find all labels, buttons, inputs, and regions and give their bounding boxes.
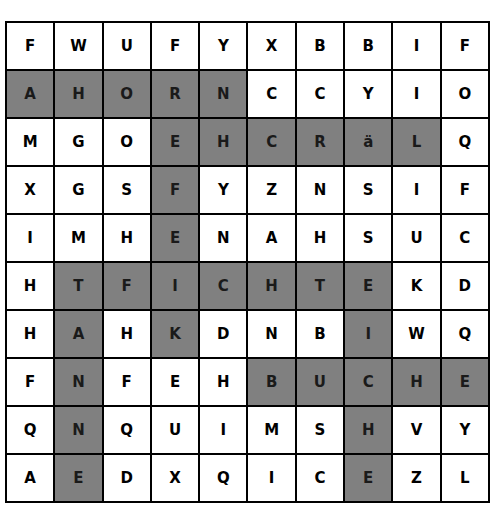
- cell-letter: I: [414, 39, 420, 54]
- cell-letter: E: [460, 375, 470, 390]
- cell-letter: R: [314, 135, 326, 150]
- grid-cell-r9c2[interactable]: N: [55, 407, 101, 453]
- grid-cell-r1c2[interactable]: W: [55, 23, 101, 69]
- cell-letter: O: [120, 87, 133, 102]
- cell-letter: A: [24, 471, 36, 486]
- grid-cell-r2c2[interactable]: H: [55, 71, 101, 117]
- cell-letter: H: [24, 279, 37, 294]
- grid-cell-r9c1[interactable]: Q: [7, 407, 53, 453]
- cell-letter: O: [120, 135, 133, 150]
- cell-letter: E: [73, 471, 83, 486]
- cell-letter: C: [363, 375, 374, 390]
- cell-letter: C: [266, 135, 277, 150]
- grid-cell-r3c2[interactable]: G: [55, 119, 101, 165]
- cell-letter: H: [265, 279, 278, 294]
- grid-cell-r6c2[interactable]: T: [55, 263, 101, 309]
- grid-cell-r7c8[interactable]: I: [345, 311, 391, 357]
- grid-cell-r1c1[interactable]: F: [7, 23, 53, 69]
- grid-cell-r5c7[interactable]: H: [297, 215, 343, 261]
- cell-letter: U: [121, 39, 133, 54]
- cell-letter: H: [24, 327, 37, 342]
- cell-letter: F: [460, 39, 470, 54]
- grid-cell-r6c6[interactable]: H: [248, 263, 294, 309]
- grid-cell-r7c4[interactable]: K: [152, 311, 198, 357]
- cell-letter: G: [72, 135, 84, 150]
- grid-cell-r1c9[interactable]: I: [393, 23, 439, 69]
- cell-letter: Q: [24, 423, 37, 438]
- grid-cell-r9c10[interactable]: Y: [442, 407, 488, 453]
- cell-letter: F: [170, 39, 180, 54]
- cell-letter: E: [363, 471, 373, 486]
- grid-cell-r10c8[interactable]: E: [345, 455, 391, 501]
- grid-cell-r8c1[interactable]: F: [7, 359, 53, 405]
- grid-cell-r2c7[interactable]: C: [297, 71, 343, 117]
- grid-cell-r3c3[interactable]: O: [104, 119, 150, 165]
- grid-cell-r1c5[interactable]: Y: [200, 23, 246, 69]
- grid-cell-r7c2[interactable]: A: [55, 311, 101, 357]
- cell-letter: I: [27, 231, 33, 246]
- grid-cell-r6c3[interactable]: F: [104, 263, 150, 309]
- grid-cell-r9c9[interactable]: V: [393, 407, 439, 453]
- grid-cell-r10c4[interactable]: X: [152, 455, 198, 501]
- grid-cell-r4c6[interactable]: Z: [248, 167, 294, 213]
- grid-cell-r7c6[interactable]: N: [248, 311, 294, 357]
- cell-letter: C: [314, 87, 325, 102]
- grid-cell-r6c10[interactable]: D: [442, 263, 488, 309]
- cell-letter: R: [169, 87, 181, 102]
- grid-cell-r2c9[interactable]: I: [393, 71, 439, 117]
- cell-letter: N: [72, 375, 85, 390]
- grid-cell-r3c7[interactable]: R: [297, 119, 343, 165]
- cell-letter: A: [73, 327, 85, 342]
- cell-letter: I: [172, 279, 178, 294]
- cell-letter: Q: [458, 327, 471, 342]
- cell-letter: H: [120, 327, 133, 342]
- cell-letter: D: [217, 327, 229, 342]
- grid-cell-r9c8[interactable]: H: [345, 407, 391, 453]
- grid-cell-r10c10[interactable]: L: [442, 455, 488, 501]
- cell-letter: N: [72, 423, 85, 438]
- word-search-grid: FWUFYXBBIFAHORNCCYIOMGOEHCRäLQXGSFYZNSIF…: [5, 21, 490, 503]
- grid-cell-r6c1[interactable]: H: [7, 263, 53, 309]
- cell-letter: Z: [266, 183, 277, 198]
- cell-letter: S: [315, 423, 326, 438]
- cell-letter: I: [269, 471, 275, 486]
- cell-letter: D: [459, 279, 471, 294]
- grid-cell-r5c1[interactable]: I: [7, 215, 53, 261]
- grid-cell-r10c5[interactable]: Q: [200, 455, 246, 501]
- grid-cell-r2c10[interactable]: O: [442, 71, 488, 117]
- grid-cell-r10c7[interactable]: C: [297, 455, 343, 501]
- cell-letter: X: [24, 183, 36, 198]
- grid-cell-r9c3[interactable]: Q: [104, 407, 150, 453]
- cell-letter: V: [411, 423, 423, 438]
- grid-cell-r8c7[interactable]: U: [297, 359, 343, 405]
- cell-letter: A: [24, 87, 36, 102]
- cell-letter: T: [315, 279, 325, 294]
- grid-cell-r1c10[interactable]: F: [442, 23, 488, 69]
- grid-cell-r5c4[interactable]: E: [152, 215, 198, 261]
- grid-cell-r7c5[interactable]: D: [200, 311, 246, 357]
- cell-letter: H: [217, 375, 230, 390]
- cell-letter: X: [266, 39, 278, 54]
- cell-letter: U: [169, 423, 181, 438]
- cell-letter: E: [170, 375, 180, 390]
- cell-letter: N: [265, 327, 278, 342]
- grid-cell-r1c6[interactable]: X: [248, 23, 294, 69]
- grid-cell-r1c4[interactable]: F: [152, 23, 198, 69]
- cell-letter: B: [266, 375, 277, 390]
- cell-letter: I: [365, 327, 371, 342]
- grid-cell-r8c5[interactable]: H: [200, 359, 246, 405]
- grid-cell-r4c10[interactable]: F: [442, 167, 488, 213]
- cell-letter: B: [363, 39, 374, 54]
- grid-cell-r6c5[interactable]: C: [200, 263, 246, 309]
- cell-letter: H: [362, 423, 375, 438]
- cell-letter: ä: [363, 135, 373, 150]
- cell-letter: N: [217, 231, 230, 246]
- grid-cell-r4c8[interactable]: S: [345, 167, 391, 213]
- grid-cell-r2c4[interactable]: R: [152, 71, 198, 117]
- grid-cell-r4c1[interactable]: X: [7, 167, 53, 213]
- grid-cell-r7c9[interactable]: W: [393, 311, 439, 357]
- grid-cell-r7c10[interactable]: Q: [442, 311, 488, 357]
- grid-cell-r4c5[interactable]: Y: [200, 167, 246, 213]
- cell-letter: Q: [120, 423, 133, 438]
- grid-cell-r8c4[interactable]: E: [152, 359, 198, 405]
- cell-letter: Q: [217, 471, 230, 486]
- cell-letter: I: [414, 183, 420, 198]
- cell-letter: B: [314, 327, 325, 342]
- cell-letter: S: [363, 231, 374, 246]
- grid-cell-r8c8[interactable]: C: [345, 359, 391, 405]
- grid-cell-r1c8[interactable]: B: [345, 23, 391, 69]
- cell-letter: Y: [218, 183, 229, 198]
- grid-cell-r2c1[interactable]: A: [7, 71, 53, 117]
- grid-cell-r4c2[interactable]: G: [55, 167, 101, 213]
- cell-letter: C: [218, 279, 229, 294]
- grid-cell-r5c6[interactable]: A: [248, 215, 294, 261]
- cell-letter: O: [458, 87, 471, 102]
- cell-letter: M: [264, 423, 279, 438]
- cell-letter: K: [169, 327, 181, 342]
- cell-letter: H: [217, 135, 230, 150]
- cell-letter: W: [408, 327, 425, 342]
- cell-letter: Y: [363, 87, 374, 102]
- cell-letter: W: [70, 39, 87, 54]
- grid-cell-r2c3[interactable]: O: [104, 71, 150, 117]
- cell-letter: A: [266, 231, 278, 246]
- grid-cell-r5c8[interactable]: S: [345, 215, 391, 261]
- grid-cell-r8c10[interactable]: E: [442, 359, 488, 405]
- cell-letter: T: [73, 279, 83, 294]
- grid-cell-r4c7[interactable]: N: [297, 167, 343, 213]
- cell-letter: E: [363, 279, 373, 294]
- cell-letter: L: [460, 471, 470, 486]
- cell-letter: C: [459, 231, 470, 246]
- grid-cell-r3c4[interactable]: E: [152, 119, 198, 165]
- grid-cell-r3c8[interactable]: ä: [345, 119, 391, 165]
- grid-cell-r10c6[interactable]: I: [248, 455, 294, 501]
- grid-cell-r3c1[interactable]: M: [7, 119, 53, 165]
- cell-letter: I: [221, 423, 227, 438]
- grid-cell-r1c7[interactable]: B: [297, 23, 343, 69]
- grid-cell-r8c3[interactable]: F: [104, 359, 150, 405]
- cell-letter: S: [363, 183, 374, 198]
- grid-cell-r7c7[interactable]: B: [297, 311, 343, 357]
- cell-letter: Y: [459, 423, 470, 438]
- cell-letter: Y: [218, 39, 229, 54]
- grid-cell-r10c9[interactable]: Z: [393, 455, 439, 501]
- grid-cell-r9c7[interactable]: S: [297, 407, 343, 453]
- grid-cell-r3c5[interactable]: H: [200, 119, 246, 165]
- grid-cell-r3c6[interactable]: C: [248, 119, 294, 165]
- cell-letter: Z: [411, 471, 422, 486]
- cell-letter: Q: [458, 135, 471, 150]
- grid-cell-r2c5[interactable]: N: [200, 71, 246, 117]
- grid-cell-r6c7[interactable]: T: [297, 263, 343, 309]
- grid-cell-r8c9[interactable]: H: [393, 359, 439, 405]
- cell-letter: C: [314, 471, 325, 486]
- cell-letter: D: [121, 471, 133, 486]
- cell-letter: F: [170, 183, 180, 198]
- grid-cell-r1c3[interactable]: U: [104, 23, 150, 69]
- grid-cell-r5c5[interactable]: N: [200, 215, 246, 261]
- cell-letter: U: [410, 231, 422, 246]
- cell-letter: G: [72, 183, 84, 198]
- cell-letter: E: [170, 231, 180, 246]
- cell-letter: H: [314, 231, 327, 246]
- grid-cell-r9c6[interactable]: M: [248, 407, 294, 453]
- cell-letter: I: [414, 87, 420, 102]
- grid-cell-r8c6[interactable]: B: [248, 359, 294, 405]
- cell-letter: H: [72, 87, 85, 102]
- cell-letter: N: [314, 183, 327, 198]
- cell-letter: F: [25, 375, 35, 390]
- cell-letter: N: [217, 87, 230, 102]
- grid-cell-r3c10[interactable]: Q: [442, 119, 488, 165]
- cell-letter: F: [122, 375, 132, 390]
- grid-cell-r8c2[interactable]: N: [55, 359, 101, 405]
- cell-letter: U: [314, 375, 326, 390]
- grid-cell-r9c5[interactable]: I: [200, 407, 246, 453]
- grid-cell-r10c1[interactable]: A: [7, 455, 53, 501]
- cell-letter: M: [23, 135, 38, 150]
- grid-cell-r6c9[interactable]: K: [393, 263, 439, 309]
- grid-cell-r3c9[interactable]: L: [393, 119, 439, 165]
- grid-cell-r6c4[interactable]: I: [152, 263, 198, 309]
- grid-cell-r9c4[interactable]: U: [152, 407, 198, 453]
- grid-cell-r2c8[interactable]: Y: [345, 71, 391, 117]
- grid-cell-r4c3[interactable]: S: [104, 167, 150, 213]
- cell-letter: M: [71, 231, 86, 246]
- grid-cell-r7c1[interactable]: H: [7, 311, 53, 357]
- cell-letter: F: [25, 39, 35, 54]
- grid-cell-r4c9[interactable]: I: [393, 167, 439, 213]
- grid-cell-r6c8[interactable]: E: [345, 263, 391, 309]
- grid-cell-r10c3[interactable]: D: [104, 455, 150, 501]
- grid-cell-r7c3[interactable]: H: [104, 311, 150, 357]
- grid-cell-r5c2[interactable]: M: [55, 215, 101, 261]
- cell-letter: E: [170, 135, 180, 150]
- cell-letter: X: [169, 471, 181, 486]
- cell-letter: L: [412, 135, 422, 150]
- cell-letter: F: [122, 279, 132, 294]
- cell-letter: B: [314, 39, 325, 54]
- grid-cell-r4c4[interactable]: F: [152, 167, 198, 213]
- grid-cell-r10c2[interactable]: E: [55, 455, 101, 501]
- grid-cell-r5c10[interactable]: C: [442, 215, 488, 261]
- cell-letter: S: [121, 183, 132, 198]
- cell-letter: H: [410, 375, 423, 390]
- grid-cell-r5c9[interactable]: U: [393, 215, 439, 261]
- cell-letter: K: [411, 279, 423, 294]
- cell-letter: C: [266, 87, 277, 102]
- grid-cell-r2c6[interactable]: C: [248, 71, 294, 117]
- cell-letter: F: [460, 183, 470, 198]
- cell-letter: H: [120, 231, 133, 246]
- grid-cell-r5c3[interactable]: H: [104, 215, 150, 261]
